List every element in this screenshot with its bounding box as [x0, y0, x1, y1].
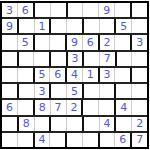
cell-r9c2-empty[interactable] — [17, 133, 33, 147]
cell-r7c7-empty[interactable] — [98, 100, 114, 114]
cell-r2c9-empty[interactable] — [131, 19, 147, 33]
cell-r1c7-given-9[interactable]: 9 — [98, 3, 114, 17]
cell-r7c1-given-6[interactable]: 6 — [2, 100, 17, 114]
board-row-4: 37 — [2, 50, 147, 66]
cell-r2c7-empty[interactable] — [99, 19, 115, 33]
cell-r7c5-given-2[interactable]: 2 — [66, 100, 82, 114]
cell-r4c6-empty[interactable] — [82, 52, 99, 66]
board-row-2: 915 — [2, 17, 147, 33]
cell-r9c5-empty[interactable] — [65, 133, 82, 147]
cell-r2c1-given-9[interactable]: 9 — [2, 19, 17, 33]
cell-r2c2-empty[interactable] — [17, 19, 34, 33]
cell-r7c6-empty[interactable] — [81, 100, 98, 114]
cell-r9c4-empty[interactable] — [49, 133, 65, 147]
cell-r1c2-given-6[interactable]: 6 — [17, 3, 33, 17]
cell-r2c5-empty[interactable] — [66, 19, 82, 33]
cell-r4c3-empty[interactable] — [33, 52, 49, 66]
board-row-6: 35 — [2, 82, 147, 98]
cell-r5c6-given-1[interactable]: 1 — [82, 68, 98, 82]
cell-r4c5-given-3[interactable]: 3 — [66, 52, 83, 66]
cell-r8c5-empty[interactable] — [66, 117, 82, 131]
board-row-5: 56413 — [2, 66, 147, 82]
cell-r3c8-empty[interactable] — [114, 35, 130, 49]
cell-r5c5-given-4[interactable]: 4 — [65, 68, 82, 82]
cell-r6c4-empty[interactable] — [49, 84, 66, 98]
cell-r2c3-given-1[interactable]: 1 — [34, 19, 50, 33]
cell-r3c3-empty[interactable] — [33, 35, 50, 49]
cell-r3c4-empty[interactable] — [49, 35, 65, 49]
cell-r2c4-empty[interactable] — [49, 19, 66, 33]
cell-r9c3-given-4[interactable]: 4 — [33, 133, 50, 147]
cell-r3c1-empty[interactable] — [2, 35, 17, 49]
cell-r9c8-given-6[interactable]: 6 — [114, 133, 130, 147]
cell-r8c8-empty[interactable] — [114, 117, 131, 131]
cell-r5c8-empty[interactable] — [114, 68, 130, 82]
cell-r8c2-given-8[interactable]: 8 — [17, 117, 34, 131]
cell-r3c6-given-6[interactable]: 6 — [82, 35, 98, 49]
cell-r6c1-empty[interactable] — [2, 84, 17, 98]
cell-r4c2-empty[interactable] — [17, 52, 34, 66]
cell-r9c6-empty[interactable] — [82, 133, 98, 147]
cell-r8c3-empty[interactable] — [34, 117, 50, 131]
cell-r7c2-empty[interactable] — [17, 100, 33, 114]
cell-r7c4-given-7[interactable]: 7 — [50, 100, 66, 114]
cell-r1c8-empty[interactable] — [114, 3, 130, 17]
cell-r1c4-empty[interactable] — [50, 3, 66, 17]
cell-r7c3-given-8[interactable]: 8 — [33, 100, 50, 114]
cell-r4c7-given-7[interactable]: 7 — [99, 52, 115, 66]
cell-r6c6-empty[interactable] — [82, 84, 99, 98]
cell-r9c1-empty[interactable] — [2, 133, 17, 147]
cell-r5c4-given-6[interactable]: 6 — [49, 68, 65, 82]
cell-r6c2-empty[interactable] — [17, 84, 34, 98]
cell-r5c3-given-5[interactable]: 5 — [33, 68, 50, 82]
cell-r3c5-given-9[interactable]: 9 — [65, 35, 82, 49]
cell-r6c3-given-3[interactable]: 3 — [34, 84, 50, 98]
cell-r9c9-given-7[interactable]: 7 — [130, 133, 147, 147]
cell-r6c7-empty[interactable] — [99, 84, 115, 98]
board-row-3: 59623 — [2, 33, 147, 49]
board-row-1: 369 — [2, 3, 147, 17]
board-row-9: 467 — [2, 131, 147, 147]
cell-r7c8-given-4[interactable]: 4 — [114, 100, 131, 114]
cell-r8c6-empty[interactable] — [82, 117, 99, 131]
cell-r1c3-empty[interactable] — [33, 3, 50, 17]
board-row-8: 842 — [2, 115, 147, 131]
cell-r9c7-empty[interactable] — [98, 133, 115, 147]
cell-r1c6-empty[interactable] — [82, 3, 98, 17]
cell-r5c2-empty[interactable] — [17, 68, 33, 82]
cell-r3c7-given-2[interactable]: 2 — [98, 35, 115, 49]
cell-r4c9-empty[interactable] — [131, 52, 147, 66]
cell-r2c8-given-5[interactable]: 5 — [114, 19, 131, 33]
cell-r6c5-given-5[interactable]: 5 — [66, 84, 82, 98]
cell-r3c2-given-5[interactable]: 5 — [17, 35, 33, 49]
board-row-7: 68724 — [2, 98, 147, 114]
cell-r8c9-given-2[interactable]: 2 — [131, 117, 147, 131]
cell-r5c7-given-3[interactable]: 3 — [98, 68, 115, 82]
cell-r5c9-empty[interactable] — [130, 68, 147, 82]
cell-r8c7-given-4[interactable]: 4 — [99, 117, 115, 131]
cell-r4c1-empty[interactable] — [2, 52, 17, 66]
cell-r3c9-given-3[interactable]: 3 — [130, 35, 147, 49]
cell-r1c9-empty[interactable] — [130, 3, 147, 17]
cell-r6c9-empty[interactable] — [131, 84, 147, 98]
cell-r4c4-empty[interactable] — [49, 52, 66, 66]
cell-r5c1-empty[interactable] — [2, 68, 17, 82]
cell-r8c1-empty[interactable] — [2, 117, 17, 131]
sudoku-board: 3699155962337564133568724842467 — [0, 1, 149, 149]
cell-r7c9-empty[interactable] — [131, 100, 147, 114]
cell-r2c6-empty[interactable] — [82, 19, 99, 33]
cell-r4c8-empty[interactable] — [115, 52, 132, 66]
cell-r6c8-empty[interactable] — [114, 84, 131, 98]
cell-r1c1-given-3[interactable]: 3 — [2, 3, 17, 17]
cell-r8c4-empty[interactable] — [49, 117, 66, 131]
cell-r1c5-empty[interactable] — [66, 3, 83, 17]
